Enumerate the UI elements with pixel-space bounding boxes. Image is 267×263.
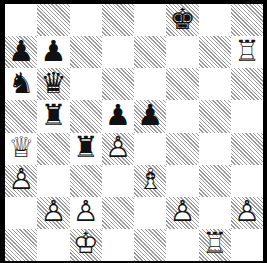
square-b7[interactable]: ♟ [37, 36, 69, 68]
square-c8[interactable] [70, 4, 102, 36]
square-a5[interactable] [5, 100, 37, 132]
square-f5[interactable] [166, 100, 198, 132]
square-h4[interactable] [231, 133, 263, 165]
square-a6[interactable]: ♞ [5, 68, 37, 100]
white-pawn-icon: ♟♙ [234, 197, 260, 226]
square-c6[interactable] [70, 68, 102, 100]
square-e1[interactable] [134, 229, 166, 261]
black-pawn-icon: ♟ [137, 101, 163, 130]
square-e2[interactable] [134, 197, 166, 229]
white-rook-icon: ♜♖ [234, 37, 260, 66]
square-f2[interactable]: ♟♙ [166, 197, 198, 229]
square-a7[interactable]: ♟ [5, 36, 37, 68]
black-knight-icon: ♞ [8, 69, 34, 98]
square-d2[interactable] [102, 197, 134, 229]
black-pawn-icon: ♟ [8, 37, 34, 66]
square-f8[interactable]: ♚ [166, 4, 198, 36]
square-b8[interactable] [37, 4, 69, 36]
square-g8[interactable] [199, 4, 231, 36]
white-queen-icon: ♛♕ [8, 133, 34, 162]
square-b5[interactable]: ♜ [37, 100, 69, 132]
square-a1[interactable] [5, 229, 37, 261]
square-b2[interactable]: ♟♙ [37, 197, 69, 229]
chessboard: ♚♟♟♜♖♞♛♜♟♟♛♕♜♟♙♟♙♝♗♟♙♟♙♟♙♟♙♚♔♜♖ [5, 4, 263, 261]
square-d8[interactable] [102, 4, 134, 36]
square-f6[interactable] [166, 68, 198, 100]
square-a3[interactable]: ♟♙ [5, 165, 37, 197]
square-e5[interactable]: ♟ [134, 100, 166, 132]
square-d6[interactable] [102, 68, 134, 100]
square-a4[interactable]: ♛♕ [5, 133, 37, 165]
square-b6[interactable]: ♛ [37, 68, 69, 100]
square-b3[interactable] [37, 165, 69, 197]
square-e7[interactable] [134, 36, 166, 68]
square-a2[interactable] [5, 197, 37, 229]
white-bishop-icon: ♝♗ [137, 165, 163, 194]
square-h5[interactable] [231, 100, 263, 132]
white-pawn-icon: ♟♙ [8, 165, 34, 194]
square-g4[interactable] [199, 133, 231, 165]
square-d7[interactable] [102, 36, 134, 68]
square-g7[interactable] [199, 36, 231, 68]
square-g6[interactable] [199, 68, 231, 100]
white-pawn-icon: ♟♙ [73, 197, 99, 226]
square-f7[interactable] [166, 36, 198, 68]
square-g5[interactable] [199, 100, 231, 132]
white-pawn-icon: ♟♙ [169, 197, 195, 226]
square-e8[interactable] [134, 4, 166, 36]
square-e6[interactable] [134, 68, 166, 100]
black-queen-icon: ♛ [40, 69, 66, 98]
square-g3[interactable] [199, 165, 231, 197]
square-e4[interactable] [134, 133, 166, 165]
square-f1[interactable] [166, 229, 198, 261]
black-king-icon: ♚ [169, 5, 195, 34]
black-pawn-icon: ♟ [105, 101, 131, 130]
square-h6[interactable] [231, 68, 263, 100]
black-rook-icon: ♜ [73, 133, 99, 162]
square-d3[interactable] [102, 165, 134, 197]
square-b1[interactable] [37, 229, 69, 261]
square-h1[interactable] [231, 229, 263, 261]
chessboard-frame: ♚♟♟♜♖♞♛♜♟♟♛♕♜♟♙♟♙♝♗♟♙♟♙♟♙♟♙♚♔♜♖ [0, 0, 267, 263]
square-f4[interactable] [166, 133, 198, 165]
square-c5[interactable] [70, 100, 102, 132]
black-pawn-icon: ♟ [40, 37, 66, 66]
square-g2[interactable] [199, 197, 231, 229]
square-h2[interactable]: ♟♙ [231, 197, 263, 229]
white-king-icon: ♚♔ [73, 229, 99, 258]
square-d1[interactable] [102, 229, 134, 261]
square-h3[interactable] [231, 165, 263, 197]
square-a8[interactable] [5, 4, 37, 36]
black-rook-icon: ♜ [40, 101, 66, 130]
square-g1[interactable]: ♜♖ [199, 229, 231, 261]
square-c3[interactable] [70, 165, 102, 197]
white-rook-icon: ♜♖ [202, 229, 228, 258]
square-e3[interactable]: ♝♗ [134, 165, 166, 197]
white-pawn-icon: ♟♙ [105, 133, 131, 162]
square-f3[interactable] [166, 165, 198, 197]
square-d5[interactable]: ♟ [102, 100, 134, 132]
square-h7[interactable]: ♜♖ [231, 36, 263, 68]
square-c7[interactable] [70, 36, 102, 68]
square-b4[interactable] [37, 133, 69, 165]
white-pawn-icon: ♟♙ [40, 197, 66, 226]
square-d4[interactable]: ♟♙ [102, 133, 134, 165]
square-c1[interactable]: ♚♔ [70, 229, 102, 261]
square-c4[interactable]: ♜ [70, 133, 102, 165]
square-h8[interactable] [231, 4, 263, 36]
square-c2[interactable]: ♟♙ [70, 197, 102, 229]
